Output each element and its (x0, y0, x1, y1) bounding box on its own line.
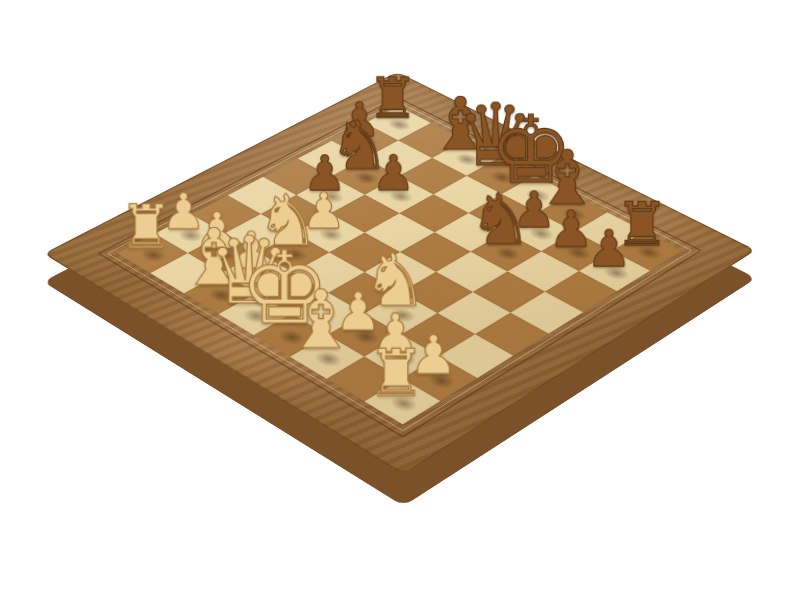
chess-board: ♜♟♝♛♞♚♟♟♝♟♟♟♜♟♞♞♟♜♟♟♝♞♛♟♚♟♝♟♜ (43, 72, 756, 475)
chess-product-photo: ♜♟♝♛♞♚♟♟♝♟♟♟♜♟♞♞♟♜♟♟♝♞♛♟♚♟♝♟♜ (0, 0, 800, 600)
black-pawn-icon: ♟ (554, 224, 665, 275)
white-rook-icon: ♜ (337, 340, 456, 405)
black-knight-icon: ♞ (446, 185, 556, 255)
